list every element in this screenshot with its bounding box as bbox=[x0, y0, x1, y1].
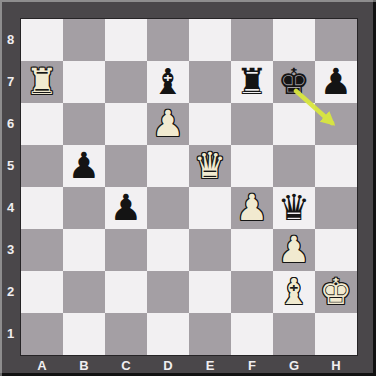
black-pawn[interactable]: ♟ bbox=[63, 145, 105, 187]
white-pawn[interactable]: ♟ bbox=[147, 103, 189, 145]
file-label: B bbox=[63, 357, 105, 374]
black-pawn[interactable]: ♟ bbox=[105, 187, 147, 229]
board-square[interactable] bbox=[231, 313, 273, 355]
board-square[interactable]: ♚ bbox=[273, 61, 315, 103]
board-square[interactable] bbox=[63, 19, 105, 61]
black-rook[interactable]: ♜ bbox=[231, 61, 273, 103]
board-square[interactable] bbox=[147, 145, 189, 187]
board-square[interactable] bbox=[21, 19, 63, 61]
board-square[interactable]: ♟ bbox=[105, 187, 147, 229]
board-square[interactable] bbox=[189, 229, 231, 271]
board-square[interactable]: ♝ bbox=[273, 271, 315, 313]
board-square[interactable] bbox=[189, 271, 231, 313]
board-square[interactable]: ♜ bbox=[231, 61, 273, 103]
file-label: F bbox=[231, 357, 273, 374]
black-king[interactable]: ♚ bbox=[273, 61, 315, 103]
board-square[interactable]: ♟ bbox=[147, 103, 189, 145]
white-bishop[interactable]: ♝ bbox=[273, 271, 315, 313]
board-square[interactable] bbox=[63, 61, 105, 103]
white-pawn[interactable]: ♟ bbox=[231, 187, 273, 229]
board-square[interactable]: ♟ bbox=[273, 229, 315, 271]
board-square[interactable] bbox=[105, 103, 147, 145]
board-square[interactable] bbox=[63, 313, 105, 355]
board-square[interactable] bbox=[231, 145, 273, 187]
board-square[interactable] bbox=[147, 229, 189, 271]
rank-label: 3 bbox=[2, 229, 19, 271]
black-queen[interactable]: ♛ bbox=[273, 187, 315, 229]
board-square[interactable] bbox=[231, 271, 273, 313]
board-square[interactable] bbox=[189, 61, 231, 103]
board-square[interactable] bbox=[105, 145, 147, 187]
white-pawn[interactable]: ♟ bbox=[273, 229, 315, 271]
file-label: A bbox=[21, 357, 63, 374]
board-square[interactable] bbox=[105, 19, 147, 61]
board-square[interactable]: ♛ bbox=[189, 145, 231, 187]
board-square[interactable] bbox=[21, 187, 63, 229]
board-square[interactable] bbox=[189, 313, 231, 355]
board-square[interactable]: ♟ bbox=[231, 187, 273, 229]
board-square[interactable] bbox=[63, 229, 105, 271]
board-square[interactable] bbox=[273, 313, 315, 355]
board-square[interactable] bbox=[273, 103, 315, 145]
rank-label: 8 bbox=[2, 19, 19, 61]
board-square[interactable] bbox=[315, 19, 357, 61]
board-square[interactable]: ♛ bbox=[273, 187, 315, 229]
board-square[interactable] bbox=[315, 229, 357, 271]
rank-label: 4 bbox=[2, 187, 19, 229]
board-square[interactable] bbox=[21, 229, 63, 271]
rank-label: 5 bbox=[2, 145, 19, 187]
rank-label: 1 bbox=[2, 313, 19, 355]
board-square[interactable] bbox=[63, 103, 105, 145]
board-square[interactable]: ♟ bbox=[63, 145, 105, 187]
chess-board-frame: 87654321 ABCDEFGH ♜♝♜♚♟♟♟♛♟♟♛♟♝♚ bbox=[0, 0, 376, 376]
board-square[interactable] bbox=[189, 103, 231, 145]
board-square[interactable] bbox=[63, 187, 105, 229]
board-square[interactable] bbox=[231, 19, 273, 61]
board-square[interactable] bbox=[21, 103, 63, 145]
board-square[interactable] bbox=[231, 229, 273, 271]
black-pawn[interactable]: ♟ bbox=[315, 61, 357, 103]
board-square[interactable]: ♟ bbox=[315, 61, 357, 103]
board-square[interactable] bbox=[105, 61, 147, 103]
board-square[interactable] bbox=[189, 19, 231, 61]
board-square[interactable] bbox=[315, 103, 357, 145]
board-square[interactable] bbox=[315, 187, 357, 229]
white-rook[interactable]: ♜ bbox=[21, 61, 63, 103]
board-square[interactable] bbox=[21, 271, 63, 313]
board-square[interactable] bbox=[273, 19, 315, 61]
board-square[interactable] bbox=[147, 19, 189, 61]
board-square[interactable] bbox=[147, 271, 189, 313]
board-square[interactable]: ♜ bbox=[21, 61, 63, 103]
black-bishop[interactable]: ♝ bbox=[147, 61, 189, 103]
board-square[interactable] bbox=[105, 229, 147, 271]
board-square[interactable] bbox=[105, 271, 147, 313]
board-square[interactable] bbox=[315, 313, 357, 355]
board-square[interactable] bbox=[63, 271, 105, 313]
board-square[interactable] bbox=[273, 145, 315, 187]
board-square[interactable] bbox=[231, 103, 273, 145]
chess-board: ♜♝♜♚♟♟♟♛♟♟♛♟♝♚ bbox=[20, 18, 358, 356]
board-square[interactable]: ♚ bbox=[315, 271, 357, 313]
board-square[interactable] bbox=[147, 313, 189, 355]
rank-label: 7 bbox=[2, 61, 19, 103]
white-king[interactable]: ♚ bbox=[315, 271, 357, 313]
board-square[interactable] bbox=[147, 187, 189, 229]
board-square[interactable] bbox=[189, 187, 231, 229]
board-square[interactable]: ♝ bbox=[147, 61, 189, 103]
board-square[interactable] bbox=[21, 145, 63, 187]
rank-label: 2 bbox=[2, 271, 19, 313]
file-label: C bbox=[105, 357, 147, 374]
file-label: D bbox=[147, 357, 189, 374]
file-label: H bbox=[315, 357, 357, 374]
board-square[interactable] bbox=[21, 313, 63, 355]
board-square[interactable] bbox=[105, 313, 147, 355]
file-label: G bbox=[273, 357, 315, 374]
rank-label: 6 bbox=[2, 103, 19, 145]
board-square[interactable] bbox=[315, 145, 357, 187]
file-label: E bbox=[189, 357, 231, 374]
white-queen[interactable]: ♛ bbox=[189, 145, 231, 187]
